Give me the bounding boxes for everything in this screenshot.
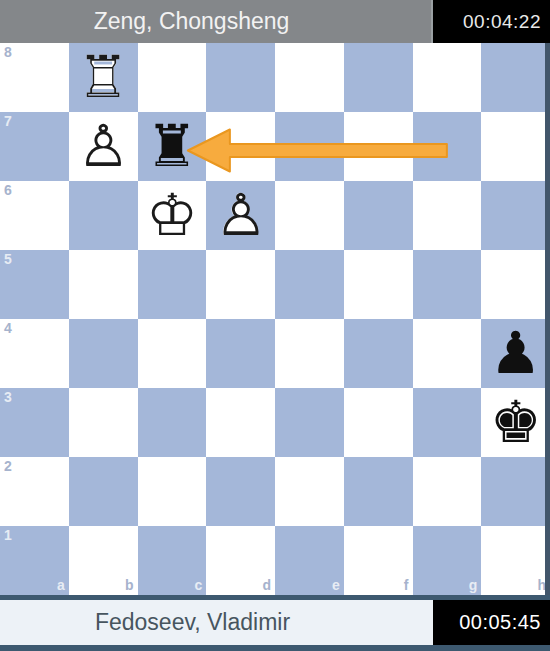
square-h8[interactable]	[481, 43, 550, 112]
square-c2[interactable]	[138, 457, 207, 526]
square-e5[interactable]	[275, 250, 344, 319]
square-a5[interactable]: 5	[0, 250, 69, 319]
square-h1[interactable]: h	[481, 526, 550, 595]
rank-label-4: 4	[4, 320, 12, 336]
square-e3[interactable]	[275, 388, 344, 457]
piece-black-rook-c7[interactable]: ♜	[138, 112, 207, 181]
chess-broadcast-window: Zeng, Chongsheng 00:04:22 87654321abcdef…	[0, 0, 550, 651]
rank-label-6: 6	[4, 182, 12, 198]
rank-label-2: 2	[4, 458, 12, 474]
square-b2[interactable]	[69, 457, 138, 526]
square-h5[interactable]	[481, 250, 550, 319]
square-a7[interactable]: 7	[0, 112, 69, 181]
file-label-c: c	[194, 577, 202, 593]
square-g6[interactable]	[413, 181, 482, 250]
square-f3[interactable]	[344, 388, 413, 457]
square-g2[interactable]	[413, 457, 482, 526]
square-g4[interactable]	[413, 319, 482, 388]
piece-black-king-h3[interactable]: ♚	[481, 388, 550, 457]
square-a8[interactable]: 8	[0, 43, 69, 112]
bottom-edge-strip	[0, 645, 550, 651]
square-g8[interactable]	[413, 43, 482, 112]
square-b5[interactable]	[69, 250, 138, 319]
square-c1[interactable]: c	[138, 526, 207, 595]
square-a6[interactable]: 6	[0, 181, 69, 250]
top-player-bar: Zeng, Chongsheng 00:04:22	[0, 0, 550, 43]
square-g5[interactable]	[413, 250, 482, 319]
square-d5[interactable]	[206, 250, 275, 319]
square-b3[interactable]	[69, 388, 138, 457]
piece-white-pawn-d6[interactable]: ♟♙	[206, 181, 275, 250]
square-d1[interactable]: d	[206, 526, 275, 595]
square-c4[interactable]	[138, 319, 207, 388]
square-d3[interactable]	[206, 388, 275, 457]
square-f7[interactable]	[344, 112, 413, 181]
top-player-clock: 00:04:22	[431, 0, 550, 43]
piece-white-rook-b8[interactable]: ♜♖	[69, 43, 138, 112]
file-label-b: b	[125, 577, 134, 593]
square-a2[interactable]: 2	[0, 457, 69, 526]
rank-label-8: 8	[4, 44, 12, 60]
square-g3[interactable]	[413, 388, 482, 457]
square-d7[interactable]	[206, 112, 275, 181]
rank-label-3: 3	[4, 389, 12, 405]
square-d2[interactable]	[206, 457, 275, 526]
file-label-a: a	[57, 577, 65, 593]
square-h2[interactable]	[481, 457, 550, 526]
square-b6[interactable]	[69, 181, 138, 250]
square-b1[interactable]: b	[69, 526, 138, 595]
square-f5[interactable]	[344, 250, 413, 319]
file-label-f: f	[404, 577, 409, 593]
square-h7[interactable]	[481, 112, 550, 181]
square-e7[interactable]	[275, 112, 344, 181]
square-f4[interactable]	[344, 319, 413, 388]
square-d8[interactable]	[206, 43, 275, 112]
file-label-g: g	[469, 577, 478, 593]
square-b4[interactable]	[69, 319, 138, 388]
square-c3[interactable]	[138, 388, 207, 457]
square-f6[interactable]	[344, 181, 413, 250]
top-player-name: Zeng, Chongsheng	[0, 0, 431, 43]
square-e4[interactable]	[275, 319, 344, 388]
square-c8[interactable]	[138, 43, 207, 112]
square-g1[interactable]: g	[413, 526, 482, 595]
square-a1[interactable]: 1a	[0, 526, 69, 595]
square-g7[interactable]	[413, 112, 482, 181]
piece-white-king-c6[interactable]: ♚♔	[138, 181, 207, 250]
piece-white-pawn-b7[interactable]: ♟♙	[69, 112, 138, 181]
square-f2[interactable]	[344, 457, 413, 526]
square-f1[interactable]: f	[344, 526, 413, 595]
piece-black-pawn-h4[interactable]: ♟	[481, 319, 550, 388]
bottom-player-name: Fedoseev, Vladimir	[0, 600, 433, 645]
board-right-edge	[545, 43, 550, 595]
square-c5[interactable]	[138, 250, 207, 319]
rank-label-1: 1	[4, 527, 12, 543]
square-e8[interactable]	[275, 43, 344, 112]
chess-board[interactable]: 87654321abcdefgh ♜♖♟♙♜♚♔♟♙♟♚	[0, 43, 550, 595]
rank-label-5: 5	[4, 251, 12, 267]
square-f8[interactable]	[344, 43, 413, 112]
bottom-player-clock: 00:05:45	[433, 600, 550, 645]
square-e6[interactable]	[275, 181, 344, 250]
file-label-d: d	[262, 577, 271, 593]
square-a3[interactable]: 3	[0, 388, 69, 457]
bottom-player-bar: Fedoseev, Vladimir 00:05:45	[0, 600, 550, 645]
square-h6[interactable]	[481, 181, 550, 250]
square-e1[interactable]: e	[275, 526, 344, 595]
file-label-e: e	[332, 577, 340, 593]
square-a4[interactable]: 4	[0, 319, 69, 388]
square-e2[interactable]	[275, 457, 344, 526]
rank-label-7: 7	[4, 113, 12, 129]
square-d4[interactable]	[206, 319, 275, 388]
